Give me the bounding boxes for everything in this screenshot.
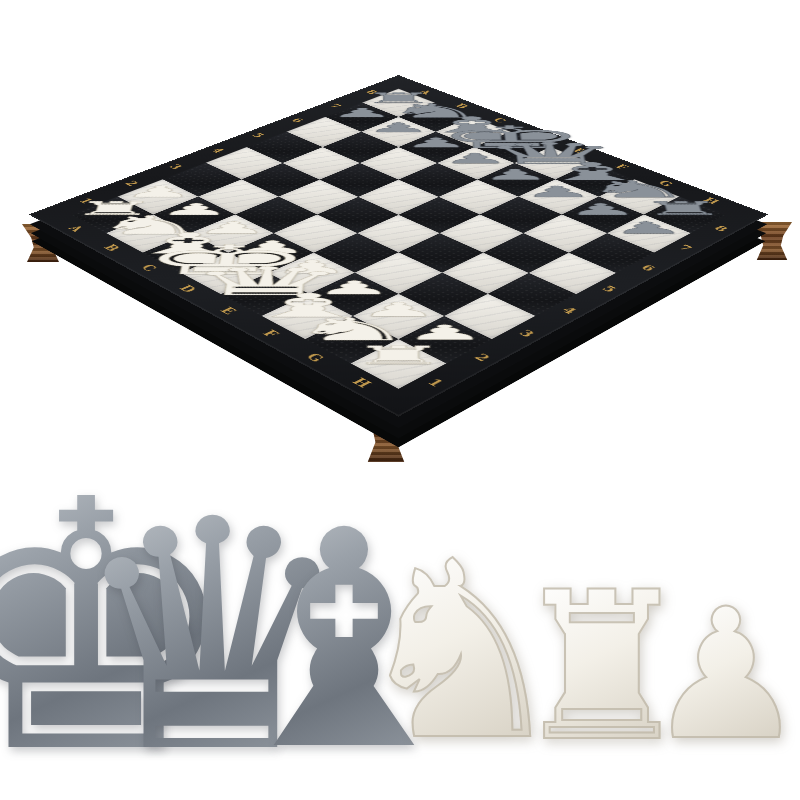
product-photo-stage: AABBCCDDEEFFGGHH1122334455667788 ♜♞♝♚♛♝♞… [0,0,800,800]
showcase-white-pawn: ♟ [645,585,800,765]
showcase-row: ♚♛♝♞♜♟ [0,0,800,800]
